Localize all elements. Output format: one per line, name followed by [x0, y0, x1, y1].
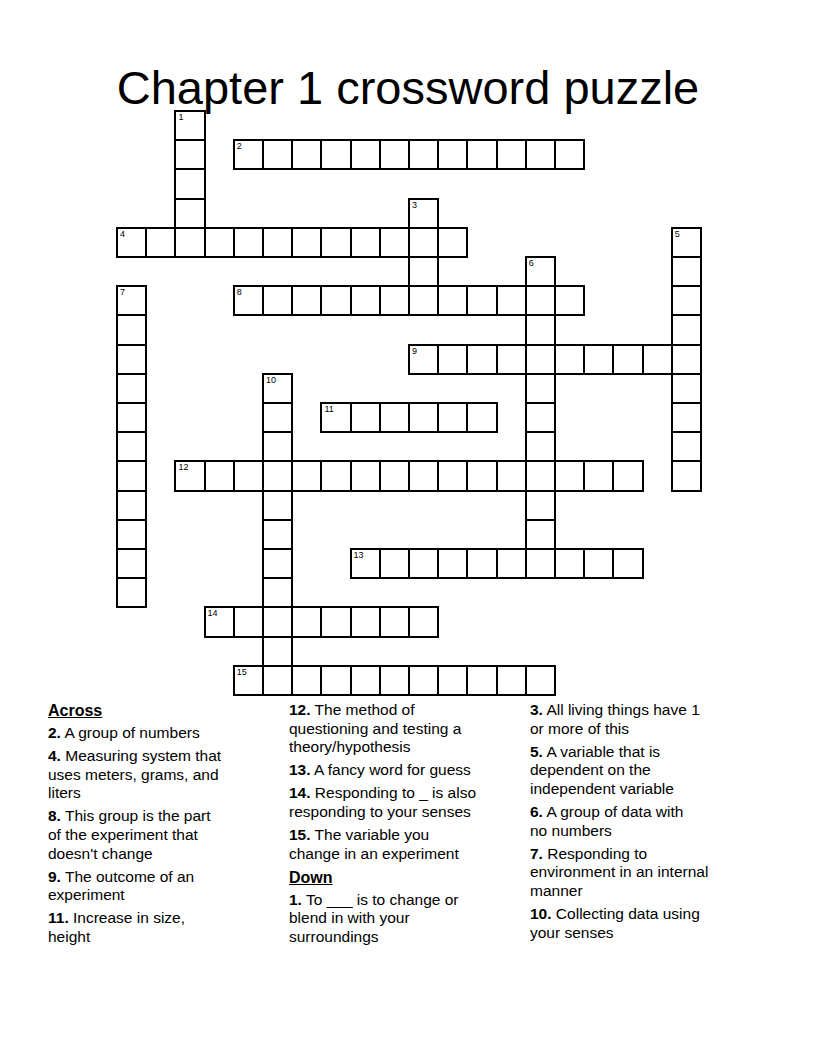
cell-r6-c10[interactable]	[408, 285, 439, 316]
cell-r1-c12[interactable]	[466, 139, 497, 170]
cell-r12-c0[interactable]	[116, 460, 147, 491]
cell-number: 13	[354, 550, 364, 560]
clue-number: 1.	[289, 891, 302, 908]
clue-line: dependent on the	[530, 761, 755, 780]
cell-r19-c10[interactable]	[408, 665, 439, 696]
cell-r4-c3[interactable]	[204, 227, 235, 258]
crossword-grid: 248911121314151356710	[116, 110, 703, 697]
across-heading: Across	[48, 701, 273, 720]
cell-r11-c14[interactable]	[525, 431, 556, 462]
cell-r0-c2[interactable]: 1	[174, 110, 205, 141]
clue-number: 5.	[530, 743, 543, 760]
cell-r4-c19[interactable]: 5	[671, 227, 702, 258]
clue-across-2: 2. A group of numbers	[48, 724, 273, 743]
cell-r17-c4[interactable]	[233, 606, 264, 637]
cell-r15-c5[interactable]	[262, 548, 293, 579]
cell-r17-c8[interactable]	[350, 606, 381, 637]
clue-down-10: 10. Collecting data usingyour senses	[530, 905, 755, 942]
clue-line: 1. To ___ is to change or	[289, 891, 514, 910]
cell-r17-c10[interactable]	[408, 606, 439, 637]
cell-r4-c10[interactable]	[408, 227, 439, 258]
cell-r17-c9[interactable]	[379, 606, 410, 637]
clues-panel: Across2. A group of numbers4. Measuring …	[48, 701, 755, 951]
cell-r7-c19[interactable]	[671, 314, 702, 345]
cell-r14-c0[interactable]	[116, 519, 147, 550]
clue-line: height	[48, 928, 273, 947]
cell-r4-c4[interactable]	[233, 227, 264, 258]
clue-across-12: 12. The method ofquestioning and testing…	[289, 701, 514, 757]
cell-r12-c11[interactable]	[437, 460, 468, 491]
cell-r15-c16[interactable]	[583, 548, 614, 579]
clue-line: liters	[48, 784, 273, 803]
cell-number: 3	[412, 200, 417, 210]
clue-line: manner	[530, 882, 755, 901]
clue-line: theory/hypothesis	[289, 738, 514, 757]
clue-number: 12.	[289, 701, 311, 718]
cell-r2-c2[interactable]	[174, 168, 205, 199]
clue-line: responding to your senses	[289, 803, 514, 822]
cell-r11-c0[interactable]	[116, 431, 147, 462]
cell-r3-c10[interactable]: 3	[408, 198, 439, 229]
cell-r19-c5[interactable]	[262, 665, 293, 696]
cell-r1-c2[interactable]	[174, 139, 205, 170]
cell-r7-c0[interactable]	[116, 314, 147, 345]
clue-line: doesn't change	[48, 845, 273, 864]
clue-across-8: 8. This group is the partof the experime…	[48, 807, 273, 863]
cell-r8-c10[interactable]: 9	[408, 344, 439, 375]
cell-r15-c14[interactable]	[525, 548, 556, 579]
cell-r1-c6[interactable]	[291, 139, 322, 170]
clue-line: 12. The method of	[289, 701, 514, 720]
clue-line: 14. Responding to _ is also	[289, 784, 514, 803]
cell-r12-c4[interactable]	[233, 460, 264, 491]
cell-r17-c3[interactable]: 14	[204, 606, 235, 637]
cell-r14-c5[interactable]	[262, 519, 293, 550]
cell-r12-c9[interactable]	[379, 460, 410, 491]
cell-r10-c7[interactable]: 11	[320, 402, 351, 433]
cell-r13-c0[interactable]	[116, 490, 147, 521]
cell-r15-c13[interactable]	[496, 548, 527, 579]
cell-r10-c5[interactable]	[262, 402, 293, 433]
cell-r19-c11[interactable]	[437, 665, 468, 696]
clue-across-4: 4. Measuring system thatuses meters, gra…	[48, 747, 273, 803]
cell-r6-c7[interactable]	[320, 285, 351, 316]
clue-line: change in an experiment	[289, 845, 514, 864]
clue-line: independent variable	[530, 780, 755, 799]
cell-r1-c8[interactable]	[350, 139, 381, 170]
cell-r5-c14[interactable]: 6	[525, 256, 556, 287]
clue-number: 9.	[48, 868, 61, 885]
cell-number: 4	[120, 229, 125, 239]
cell-r4-c11[interactable]	[437, 227, 468, 258]
clue-number: 15.	[289, 826, 311, 843]
cell-r8-c15[interactable]	[554, 344, 585, 375]
cell-r3-c2[interactable]	[174, 198, 205, 229]
clue-line: 5. A variable that is	[530, 743, 755, 762]
cell-number: 7	[120, 287, 125, 297]
cell-number: 9	[412, 346, 417, 356]
clue-line: 4. Measuring system that	[48, 747, 273, 766]
cell-r11-c19[interactable]	[671, 431, 702, 462]
cell-r9-c14[interactable]	[525, 373, 556, 404]
clue-down-5: 5. A variable that isdependent on theind…	[530, 743, 755, 799]
cell-r16-c5[interactable]	[262, 577, 293, 608]
cell-r17-c5[interactable]	[262, 606, 293, 637]
clue-line: blend in with your	[289, 909, 514, 928]
cell-r10-c9[interactable]	[379, 402, 410, 433]
cell-r8-c13[interactable]	[496, 344, 527, 375]
cell-r17-c6[interactable]	[291, 606, 322, 637]
clue-line: of the experiment that	[48, 826, 273, 845]
cell-r6-c6[interactable]	[291, 285, 322, 316]
cell-r12-c3[interactable]	[204, 460, 235, 491]
cell-r10-c0[interactable]	[116, 402, 147, 433]
cell-r12-c15[interactable]	[554, 460, 585, 491]
cell-r15-c11[interactable]	[437, 548, 468, 579]
clue-across-11: 11. Increase in size,height	[48, 909, 273, 946]
cell-r14-c14[interactable]	[525, 519, 556, 550]
cell-r6-c19[interactable]	[671, 285, 702, 316]
cell-number: 5	[675, 229, 680, 239]
cell-r12-c6[interactable]	[291, 460, 322, 491]
clue-line: no numbers	[530, 822, 755, 841]
clue-across-13: 13. A fancy word for guess	[289, 761, 514, 780]
cell-number: 12	[178, 462, 188, 472]
cell-r1-c14[interactable]	[525, 139, 556, 170]
clue-column-3: 3. All living things have 1or more of th…	[530, 701, 755, 951]
cell-r15-c17[interactable]	[612, 548, 643, 579]
cell-r9-c5[interactable]: 10	[262, 373, 293, 404]
cell-r19-c6[interactable]	[291, 665, 322, 696]
clue-number: 11.	[48, 909, 69, 926]
cell-r15-c8[interactable]: 13	[350, 548, 381, 579]
clue-line: 9. The outcome of an	[48, 868, 273, 887]
cell-r8-c11[interactable]	[437, 344, 468, 375]
clue-across-9: 9. The outcome of anexperiment	[48, 868, 273, 905]
clue-line: 3. All living things have 1	[530, 701, 755, 720]
page-title: Chapter 1 crossword puzzle	[0, 61, 816, 115]
clue-number: 13.	[289, 761, 311, 778]
cell-r6-c9[interactable]	[379, 285, 410, 316]
cell-r17-c7[interactable]	[320, 606, 351, 637]
cell-r15-c9[interactable]	[379, 548, 410, 579]
cell-r13-c14[interactable]	[525, 490, 556, 521]
cell-r19-c12[interactable]	[466, 665, 497, 696]
cell-number: 1	[178, 112, 183, 122]
cell-r12-c14[interactable]	[525, 460, 556, 491]
cell-r6-c12[interactable]	[466, 285, 497, 316]
cell-r4-c1[interactable]	[145, 227, 176, 258]
clue-number: 3.	[530, 701, 543, 718]
cell-r1-c10[interactable]	[408, 139, 439, 170]
clue-down-3: 3. All living things have 1or more of th…	[530, 701, 755, 738]
cell-r19-c13[interactable]	[496, 665, 527, 696]
down-heading: Down	[289, 868, 514, 887]
cell-r4-c9[interactable]	[379, 227, 410, 258]
cell-r8-c14[interactable]	[525, 344, 556, 375]
cell-r10-c19[interactable]	[671, 402, 702, 433]
cell-r6-c0[interactable]: 7	[116, 285, 147, 316]
clue-line: questioning and testing a	[289, 720, 514, 739]
clue-line: 15. The variable you	[289, 826, 514, 845]
cell-number: 15	[237, 667, 247, 677]
cell-r12-c16[interactable]	[583, 460, 614, 491]
cell-r10-c12[interactable]	[466, 402, 497, 433]
clue-line: experiment	[48, 886, 273, 905]
cell-r1-c7[interactable]	[320, 139, 351, 170]
cell-r12-c17[interactable]	[612, 460, 643, 491]
cell-r4-c0[interactable]: 4	[116, 227, 147, 258]
cell-r9-c19[interactable]	[671, 373, 702, 404]
clue-line: your senses	[530, 924, 755, 943]
cell-r18-c5[interactable]	[262, 636, 293, 667]
clue-number: 4.	[48, 747, 61, 764]
clue-line: or more of this	[530, 720, 755, 739]
clue-line: 8. This group is the part	[48, 807, 273, 826]
clue-number: 2.	[48, 724, 61, 741]
cell-r1-c15[interactable]	[554, 139, 585, 170]
cell-r8-c18[interactable]	[642, 344, 673, 375]
cell-r1-c11[interactable]	[437, 139, 468, 170]
clue-down-7: 7. Responding toenvironment in an intern…	[530, 845, 755, 901]
cell-r12-c19[interactable]	[671, 460, 702, 491]
cell-r6-c14[interactable]	[525, 285, 556, 316]
cell-r4-c2[interactable]	[174, 227, 205, 258]
cell-r12-c5[interactable]	[262, 460, 293, 491]
clue-column-2: 12. The method ofquestioning and testing…	[289, 701, 514, 951]
cell-r12-c10[interactable]	[408, 460, 439, 491]
clue-down-6: 6. A group of data withno numbers	[530, 803, 755, 840]
clue-line: environment in an internal	[530, 863, 755, 882]
cell-r8-c17[interactable]	[612, 344, 643, 375]
cell-r4-c6[interactable]	[291, 227, 322, 258]
cell-r8-c16[interactable]	[583, 344, 614, 375]
cell-r8-c12[interactable]	[466, 344, 497, 375]
cell-r15-c12[interactable]	[466, 548, 497, 579]
clue-across-14: 14. Responding to _ is alsoresponding to…	[289, 784, 514, 821]
cell-r10-c14[interactable]	[525, 402, 556, 433]
cell-r13-c5[interactable]	[262, 490, 293, 521]
cell-r6-c4[interactable]: 8	[233, 285, 264, 316]
cell-r5-c10[interactable]	[408, 256, 439, 287]
clue-across-15: 15. The variable youchange in an experim…	[289, 826, 514, 863]
cell-r6-c13[interactable]	[496, 285, 527, 316]
clue-line: surroundings	[289, 928, 514, 947]
clue-number: 14.	[289, 784, 311, 801]
cell-r4-c7[interactable]	[320, 227, 351, 258]
cell-r8-c0[interactable]	[116, 344, 147, 375]
cell-number: 11	[324, 404, 333, 414]
cell-r5-c19[interactable]	[671, 256, 702, 287]
cell-r4-c5[interactable]	[262, 227, 293, 258]
cell-r9-c0[interactable]	[116, 373, 147, 404]
cell-r12-c12[interactable]	[466, 460, 497, 491]
clue-column-1: Across2. A group of numbers4. Measuring …	[48, 701, 273, 951]
cell-number: 10	[266, 375, 276, 385]
cell-number: 6	[529, 258, 534, 268]
cell-r15-c15[interactable]	[554, 548, 585, 579]
cell-r1-c9[interactable]	[379, 139, 410, 170]
clue-number: 6.	[530, 803, 543, 820]
clue-number: 10.	[530, 905, 552, 922]
clue-line: 13. A fancy word for guess	[289, 761, 514, 780]
clue-number: 8.	[48, 807, 61, 824]
cell-r12-c2[interactable]: 12	[174, 460, 205, 491]
cell-r12-c13[interactable]	[496, 460, 527, 491]
cell-r1-c4[interactable]: 2	[233, 139, 264, 170]
cell-r12-c7[interactable]	[320, 460, 351, 491]
cell-r6-c15[interactable]	[554, 285, 585, 316]
cell-r1-c5[interactable]	[262, 139, 293, 170]
cell-r1-c13[interactable]	[496, 139, 527, 170]
clue-line: 2. A group of numbers	[48, 724, 273, 743]
clue-down-1: 1. To ___ is to change orblend in with y…	[289, 891, 514, 947]
cell-r15-c10[interactable]	[408, 548, 439, 579]
cell-r10-c8[interactable]	[350, 402, 381, 433]
clue-number: 7.	[530, 845, 543, 862]
cell-r11-c5[interactable]	[262, 431, 293, 462]
clue-line: 10. Collecting data using	[530, 905, 755, 924]
cell-number: 8	[237, 287, 242, 297]
cell-r8-c19[interactable]	[671, 344, 702, 375]
clue-line: 11. Increase in size,	[48, 909, 273, 928]
cell-r19-c14[interactable]	[525, 665, 556, 696]
cell-r19-c4[interactable]: 15	[233, 665, 264, 696]
cell-number: 2	[237, 141, 242, 151]
cell-r12-c8[interactable]	[350, 460, 381, 491]
cell-r10-c10[interactable]	[408, 402, 439, 433]
cell-r19-c8[interactable]	[350, 665, 381, 696]
cell-r19-c9[interactable]	[379, 665, 410, 696]
cell-r6-c5[interactable]	[262, 285, 293, 316]
clue-line: 6. A group of data with	[530, 803, 755, 822]
cell-number: 14	[208, 608, 218, 618]
clue-line: uses meters, grams, and	[48, 766, 273, 785]
cell-r16-c0[interactable]	[116, 577, 147, 608]
cell-r10-c11[interactable]	[437, 402, 468, 433]
clue-line: 7. Responding to	[530, 845, 755, 864]
cell-r15-c0[interactable]	[116, 548, 147, 579]
cell-r19-c7[interactable]	[320, 665, 351, 696]
cell-r6-c8[interactable]	[350, 285, 381, 316]
cell-r4-c8[interactable]	[350, 227, 381, 258]
cell-r6-c11[interactable]	[437, 285, 468, 316]
cell-r7-c14[interactable]	[525, 314, 556, 345]
